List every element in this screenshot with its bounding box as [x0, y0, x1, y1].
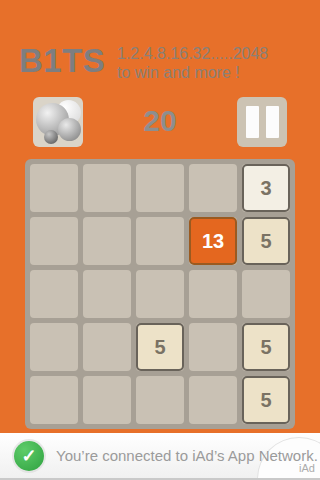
tagline: 1.2.4.8.16.32.....2048 to win and more !: [117, 44, 268, 82]
cell-r2c5: 5: [242, 217, 290, 265]
game-screen: B1TS 1.2.4.8.16.32.....2048 to win and m…: [0, 0, 320, 480]
cell-r2c3: [136, 217, 184, 265]
ad-banner[interactable]: ✓ You’re connected to iAd’s App Network.…: [0, 433, 320, 480]
tile-3: 3: [242, 164, 290, 212]
pause-icon: [266, 106, 279, 138]
cell-r3c1: [30, 270, 78, 318]
cell-r4c2: [83, 323, 131, 371]
cell-r2c1: [30, 217, 78, 265]
cell-r1c4: [189, 164, 237, 212]
cell-r5c4: [189, 376, 237, 424]
cell-r1c2: [83, 164, 131, 212]
cell-r1c5: 3: [242, 164, 290, 212]
tile-5: 5: [242, 376, 290, 424]
tile-5: 5: [242, 217, 290, 265]
cell-r4c5: 5: [242, 323, 290, 371]
cell-r3c2: [83, 270, 131, 318]
cell-r5c1: [30, 376, 78, 424]
check-icon: ✓: [14, 441, 44, 471]
pause-icon: [246, 106, 259, 138]
app-title: B1TS: [19, 44, 105, 77]
pause-button[interactable]: [237, 97, 287, 147]
cell-r5c3: [136, 376, 184, 424]
cell-r3c4: [189, 270, 237, 318]
cell-r4c1: [30, 323, 78, 371]
cell-r1c3: [136, 164, 184, 212]
cell-r1c1: [30, 164, 78, 212]
cell-r3c5: [242, 270, 290, 318]
ad-message: You’re connected to iAd’s App Network.: [56, 433, 318, 478]
tile-13: 13: [189, 217, 237, 265]
cell-r4c3: 5: [136, 323, 184, 371]
board[interactable]: 3135555: [25, 159, 295, 429]
cell-r5c5: 5: [242, 376, 290, 424]
cell-r4c4: [189, 323, 237, 371]
tagline-line1: 1.2.4.8.16.32.....2048: [117, 44, 268, 63]
tagline-line2: to win and more !: [117, 63, 268, 82]
cell-r5c2: [83, 376, 131, 424]
tile-5: 5: [242, 323, 290, 371]
tile-5: 5: [136, 323, 184, 371]
cell-r2c2: [83, 217, 131, 265]
cell-r3c3: [136, 270, 184, 318]
cell-r2c4: 13: [189, 217, 237, 265]
iad-brand-label: iAd: [299, 462, 315, 474]
